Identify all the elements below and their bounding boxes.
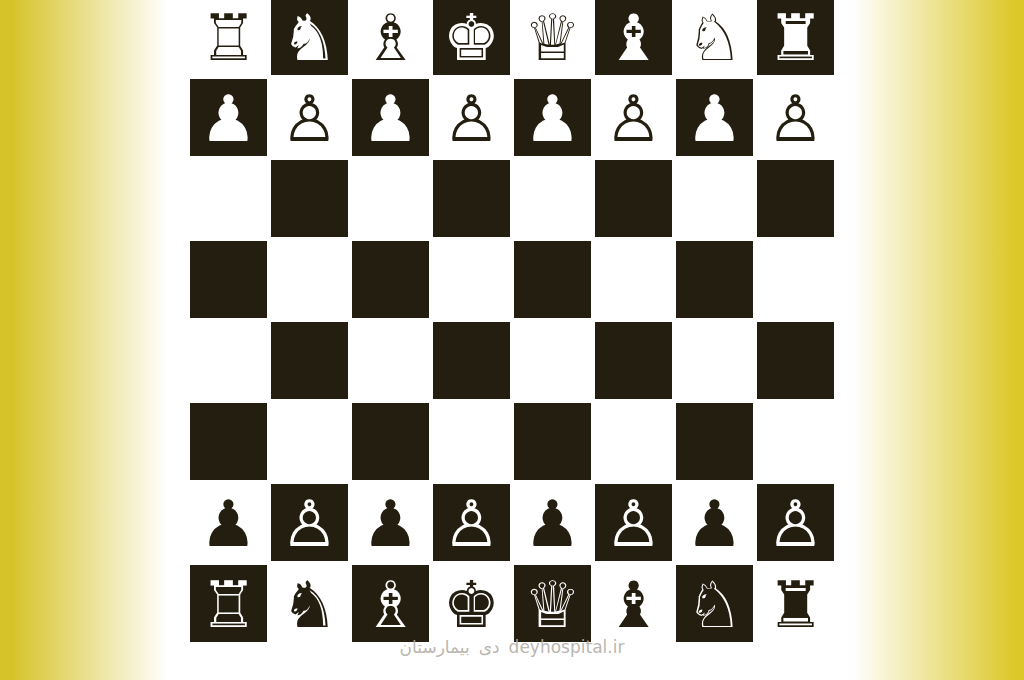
- board-square: ♙: [755, 482, 836, 563]
- board-square: [593, 239, 674, 320]
- board-square: [674, 401, 755, 482]
- piece-black-knight-icon: ♘: [686, 573, 743, 637]
- board-square: [512, 239, 593, 320]
- left-yellow-gradient-decoration: [0, 0, 168, 680]
- board-square: ♟: [350, 77, 431, 158]
- piece-black-pawn-icon: ♙: [443, 492, 500, 556]
- piece-black-pawn-icon: ♟: [524, 492, 581, 556]
- board-square: ♜: [755, 0, 836, 77]
- board-square: ♚: [431, 563, 512, 644]
- board-square: ♟: [674, 77, 755, 158]
- board-square: [350, 158, 431, 239]
- piece-white-knight-icon: ♘: [686, 6, 743, 70]
- board-square: [431, 239, 512, 320]
- piece-white-king-icon: ♚: [443, 6, 500, 70]
- board-square: [593, 158, 674, 239]
- board-square: [269, 158, 350, 239]
- board-square: ♟: [512, 482, 593, 563]
- board-square: ♗: [350, 0, 431, 77]
- board-square: [350, 401, 431, 482]
- board-square: [431, 158, 512, 239]
- board-square: [512, 320, 593, 401]
- board-square: ♞: [269, 563, 350, 644]
- board-square: [755, 239, 836, 320]
- piece-white-queen-icon: ♕: [524, 6, 581, 70]
- piece-black-pawn-icon: ♟: [200, 492, 257, 556]
- board-square: ♞: [269, 0, 350, 77]
- board-square: [188, 320, 269, 401]
- piece-black-pawn-icon: ♙: [767, 492, 824, 556]
- board-square: ♟: [188, 77, 269, 158]
- board-square: ♟: [674, 482, 755, 563]
- board-square: [188, 401, 269, 482]
- board-square: [755, 320, 836, 401]
- board-square: ♟: [350, 482, 431, 563]
- piece-black-pawn-icon: ♟: [686, 492, 743, 556]
- watermark: بیمارستان دی deyhospital.ir: [400, 637, 625, 657]
- board-square: ♘: [674, 0, 755, 77]
- piece-white-pawn-icon: ♙: [605, 87, 662, 151]
- piece-black-rook-icon: ♜: [767, 573, 824, 637]
- piece-black-bishop-icon: ♝: [605, 573, 662, 637]
- board-square: ♙: [431, 77, 512, 158]
- piece-white-rook-icon: ♖: [200, 6, 257, 70]
- piece-white-pawn-icon: ♙: [281, 87, 338, 151]
- board-square: [674, 239, 755, 320]
- board-square: ♟: [188, 482, 269, 563]
- board-square: [755, 401, 836, 482]
- watermark-persian-word-2: دی: [479, 637, 500, 657]
- board-square: [188, 158, 269, 239]
- board-square: [593, 320, 674, 401]
- chess-board: ♖♞♗♚♕♝♘♜♟♙♟♙♟♙♟♙♟♙♟♙♟♙♟♙♖♞♗♚♕♝♘♜: [188, 0, 836, 644]
- piece-white-pawn-icon: ♟: [362, 87, 419, 151]
- piece-black-rook-icon: ♖: [200, 573, 257, 637]
- piece-black-pawn-icon: ♙: [281, 492, 338, 556]
- board-square: ♙: [431, 482, 512, 563]
- board-square: ♖: [188, 563, 269, 644]
- piece-white-pawn-icon: ♙: [443, 87, 500, 151]
- piece-black-king-icon: ♚: [443, 573, 500, 637]
- piece-black-knight-icon: ♞: [281, 573, 338, 637]
- board-square: ♙: [593, 77, 674, 158]
- board-square: [269, 320, 350, 401]
- board-square: [512, 158, 593, 239]
- piece-white-rook-icon: ♜: [767, 6, 824, 70]
- board-square: [674, 320, 755, 401]
- piece-black-pawn-icon: ♙: [605, 492, 662, 556]
- board-square: ♙: [755, 77, 836, 158]
- page-background: ♖♞♗♚♕♝♘♜♟♙♟♙♟♙♟♙♟♙♟♙♟♙♟♙♖♞♗♚♕♝♘♜ بیمارست…: [0, 0, 1024, 680]
- board-square: ♖: [188, 0, 269, 77]
- piece-white-bishop-icon: ♝: [605, 6, 662, 70]
- board-square: [188, 239, 269, 320]
- board-square: ♕: [512, 0, 593, 77]
- board-square: [431, 401, 512, 482]
- piece-white-knight-icon: ♞: [281, 6, 338, 70]
- right-yellow-gradient-decoration: [852, 0, 1024, 680]
- board-square: ♙: [269, 482, 350, 563]
- board-square: ♘: [674, 563, 755, 644]
- board-square: ♗: [350, 563, 431, 644]
- piece-white-pawn-icon: ♟: [524, 87, 581, 151]
- board-square: ♜: [755, 563, 836, 644]
- piece-black-bishop-icon: ♗: [362, 573, 419, 637]
- board-square: [674, 158, 755, 239]
- piece-white-pawn-icon: ♟: [686, 87, 743, 151]
- piece-black-queen-icon: ♕: [524, 573, 581, 637]
- board-square: [269, 401, 350, 482]
- piece-white-bishop-icon: ♗: [362, 6, 419, 70]
- board-square: ♙: [593, 482, 674, 563]
- board-square: [350, 320, 431, 401]
- board-square: [593, 401, 674, 482]
- board-square: ♝: [593, 563, 674, 644]
- board-square: ♟: [512, 77, 593, 158]
- board-square: ♝: [593, 0, 674, 77]
- watermark-domain-text: deyhospital.ir: [509, 637, 625, 657]
- board-square: [431, 320, 512, 401]
- board-square: ♚: [431, 0, 512, 77]
- piece-white-pawn-icon: ♙: [767, 87, 824, 151]
- board-square: [350, 239, 431, 320]
- piece-white-pawn-icon: ♟: [200, 87, 257, 151]
- board-square: ♙: [269, 77, 350, 158]
- board-square: [755, 158, 836, 239]
- board-square: ♕: [512, 563, 593, 644]
- piece-black-pawn-icon: ♟: [362, 492, 419, 556]
- board-square: [512, 401, 593, 482]
- watermark-persian-word-1: بیمارستان: [400, 637, 470, 657]
- board-square: [269, 239, 350, 320]
